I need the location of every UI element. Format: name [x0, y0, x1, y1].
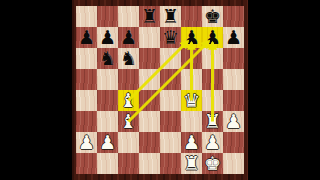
piece-black-pawn-g7[interactable]: ♟ [204, 27, 221, 48]
square-h4[interactable] [223, 90, 244, 111]
piece-black-pawn-a7[interactable]: ♟ [78, 27, 95, 48]
square-g7[interactable]: ♟ [202, 27, 223, 48]
piece-white-pawn-g2[interactable]: ♟ [204, 132, 221, 153]
piece-black-pawn-c7[interactable]: ♟ [120, 27, 137, 48]
square-h6[interactable] [223, 48, 244, 69]
square-h7[interactable]: ♟ [223, 27, 244, 48]
square-e2[interactable] [160, 132, 181, 153]
piece-white-pawn-a2[interactable]: ♟ [78, 132, 95, 153]
piece-black-pawn-b7[interactable]: ♟ [99, 27, 116, 48]
piece-white-pawn-h3[interactable]: ♟ [225, 111, 242, 132]
square-e6[interactable] [160, 48, 181, 69]
square-d7[interactable] [139, 27, 160, 48]
square-a3[interactable] [76, 111, 97, 132]
square-e8[interactable]: ♜ [160, 6, 181, 27]
piece-white-queen-f4[interactable]: ♛ [183, 90, 200, 111]
square-b2[interactable]: ♟ [97, 132, 118, 153]
square-c7[interactable]: ♟ [118, 27, 139, 48]
square-h1[interactable] [223, 153, 244, 174]
square-g2[interactable]: ♟ [202, 132, 223, 153]
square-b4[interactable] [97, 90, 118, 111]
piece-white-pawn-b2[interactable]: ♟ [99, 132, 116, 153]
square-b6[interactable]: ♞ [97, 48, 118, 69]
square-h3[interactable]: ♟ [223, 111, 244, 132]
piece-black-king-g8[interactable]: ♚ [204, 6, 221, 27]
square-d4[interactable] [139, 90, 160, 111]
square-g3[interactable]: ♜ [202, 111, 223, 132]
square-f3[interactable] [181, 111, 202, 132]
square-e3[interactable] [160, 111, 181, 132]
board-grid: ♜♜♚♟♟♟♛♟♟♟♞♞♝♛♝♜♟♟♟♟♟♜♚ [76, 6, 244, 174]
square-a8[interactable] [76, 6, 97, 27]
square-c8[interactable] [118, 6, 139, 27]
square-d8[interactable]: ♜ [139, 6, 160, 27]
piece-white-bishop-c3[interactable]: ♝ [120, 111, 137, 132]
square-a7[interactable]: ♟ [76, 27, 97, 48]
square-c1[interactable] [118, 153, 139, 174]
square-d1[interactable] [139, 153, 160, 174]
square-b8[interactable] [97, 6, 118, 27]
square-b3[interactable] [97, 111, 118, 132]
chess-board: ♜♜♚♟♟♟♛♟♟♟♞♞♝♛♝♜♟♟♟♟♟♜♚ [72, 0, 248, 180]
piece-white-rook-g3[interactable]: ♜ [204, 111, 221, 132]
square-a6[interactable] [76, 48, 97, 69]
video-frame: ♜♜♚♟♟♟♛♟♟♟♞♞♝♛♝♜♟♟♟♟♟♜♚ [0, 0, 320, 180]
square-f4[interactable]: ♛ [181, 90, 202, 111]
square-a4[interactable] [76, 90, 97, 111]
piece-black-knight-c6[interactable]: ♞ [120, 48, 137, 69]
letterbox-right [248, 0, 320, 180]
square-c5[interactable] [118, 69, 139, 90]
piece-black-rook-d8[interactable]: ♜ [141, 6, 158, 27]
square-e5[interactable] [160, 69, 181, 90]
piece-white-rook-f1[interactable]: ♜ [183, 153, 200, 174]
square-f8[interactable] [181, 6, 202, 27]
square-f1[interactable]: ♜ [181, 153, 202, 174]
square-a5[interactable] [76, 69, 97, 90]
square-d6[interactable] [139, 48, 160, 69]
square-c3[interactable]: ♝ [118, 111, 139, 132]
letterbox-left [0, 0, 72, 180]
square-a1[interactable] [76, 153, 97, 174]
square-b7[interactable]: ♟ [97, 27, 118, 48]
piece-white-pawn-f2[interactable]: ♟ [183, 132, 200, 153]
square-d3[interactable] [139, 111, 160, 132]
square-g5[interactable] [202, 69, 223, 90]
piece-black-queen-e7[interactable]: ♛ [162, 27, 179, 48]
square-h5[interactable] [223, 69, 244, 90]
square-f5[interactable] [181, 69, 202, 90]
square-g8[interactable]: ♚ [202, 6, 223, 27]
piece-black-knight-b6[interactable]: ♞ [99, 48, 116, 69]
square-c6[interactable]: ♞ [118, 48, 139, 69]
piece-black-pawn-f7[interactable]: ♟ [183, 27, 200, 48]
square-h8[interactable] [223, 6, 244, 27]
square-a2[interactable]: ♟ [76, 132, 97, 153]
square-b1[interactable] [97, 153, 118, 174]
square-b5[interactable] [97, 69, 118, 90]
square-g6[interactable] [202, 48, 223, 69]
piece-white-king-g1[interactable]: ♚ [204, 153, 221, 174]
square-c4[interactable]: ♝ [118, 90, 139, 111]
piece-white-bishop-c4[interactable]: ♝ [120, 90, 137, 111]
square-f6[interactable] [181, 48, 202, 69]
square-g1[interactable]: ♚ [202, 153, 223, 174]
square-e1[interactable] [160, 153, 181, 174]
piece-black-pawn-h7[interactable]: ♟ [225, 27, 242, 48]
square-c2[interactable] [118, 132, 139, 153]
square-e4[interactable] [160, 90, 181, 111]
square-g4[interactable] [202, 90, 223, 111]
square-h2[interactable] [223, 132, 244, 153]
piece-black-rook-e8[interactable]: ♜ [162, 6, 179, 27]
square-d2[interactable] [139, 132, 160, 153]
square-d5[interactable] [139, 69, 160, 90]
square-e7[interactable]: ♛ [160, 27, 181, 48]
square-f2[interactable]: ♟ [181, 132, 202, 153]
square-f7[interactable]: ♟ [181, 27, 202, 48]
